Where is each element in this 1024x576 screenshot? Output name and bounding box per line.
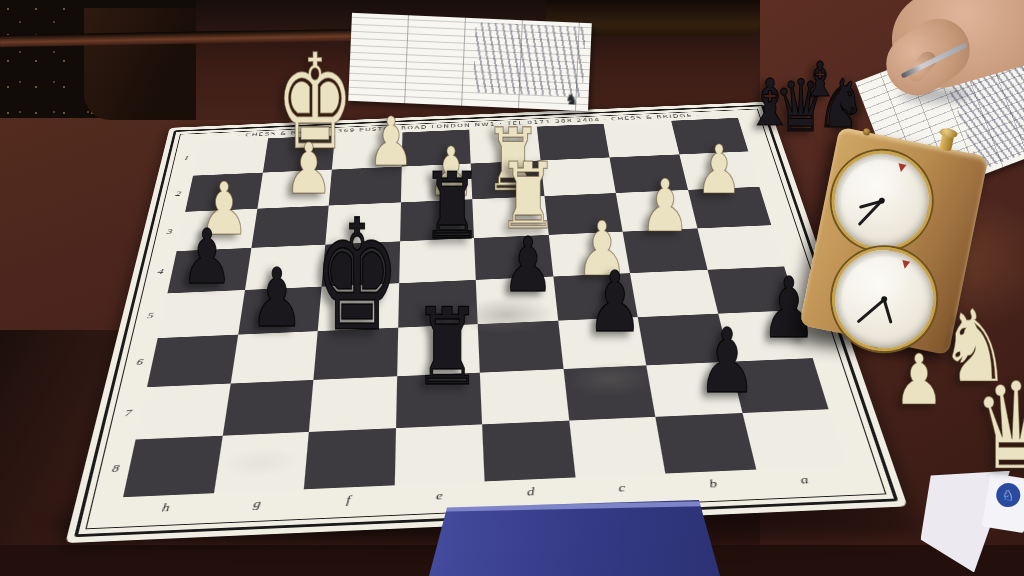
square-d8[interactable] xyxy=(482,421,575,482)
clock-flag xyxy=(901,260,910,269)
opponent-scoresheet: ♞ xyxy=(348,13,592,111)
square-a8[interactable] xyxy=(742,410,846,470)
handwritten-moves xyxy=(472,22,585,97)
scoresheet-knight-logo: ♞ xyxy=(565,90,579,109)
square-d6[interactable] xyxy=(478,321,563,373)
black-pawn-g5[interactable]: ♟ xyxy=(250,257,304,338)
square-b1[interactable] xyxy=(604,121,679,158)
captured-black-bishop[interactable]: ♝ xyxy=(802,55,838,103)
square-h6[interactable] xyxy=(147,335,238,387)
white-pawn-b3[interactable]: ♟ xyxy=(640,170,690,243)
black-pawn-b7[interactable]: ♟ xyxy=(697,318,756,407)
square-h7[interactable] xyxy=(136,383,231,439)
black-pawn-h4[interactable]: ♟ xyxy=(181,220,233,295)
square-d7[interactable] xyxy=(480,369,569,425)
blue-notebook[interactable] xyxy=(420,500,720,576)
black-rook-e6[interactable]: ♜ xyxy=(413,295,481,401)
square-f7[interactable] xyxy=(309,376,397,432)
square-f8[interactable] xyxy=(304,428,396,489)
square-h8[interactable] xyxy=(123,436,222,497)
black-rook-e3[interactable]: ♜ xyxy=(422,161,483,253)
black-pawn-d4[interactable]: ♟ xyxy=(502,228,554,303)
square-b8[interactable] xyxy=(655,413,755,473)
square-g7[interactable] xyxy=(222,380,313,436)
square-g8[interactable] xyxy=(213,432,308,493)
captured-white-queen[interactable]: ♛ xyxy=(973,367,1024,487)
clock-flag xyxy=(897,163,906,172)
white-pawn-a2[interactable]: ♟ xyxy=(696,135,743,203)
square-c8[interactable] xyxy=(569,417,666,477)
clock-button-pressed[interactable] xyxy=(863,128,871,136)
black-king-f5[interactable]: ♚ xyxy=(314,199,400,353)
captured-white-pawn[interactable]: ♟ xyxy=(894,345,944,415)
square-e8[interactable] xyxy=(394,425,484,486)
clock-dial-left xyxy=(823,142,941,260)
black-pawn-c5[interactable]: ♟ xyxy=(587,261,643,345)
white-pawn-f2[interactable]: ♟ xyxy=(368,107,415,175)
square-c7[interactable] xyxy=(563,365,655,421)
